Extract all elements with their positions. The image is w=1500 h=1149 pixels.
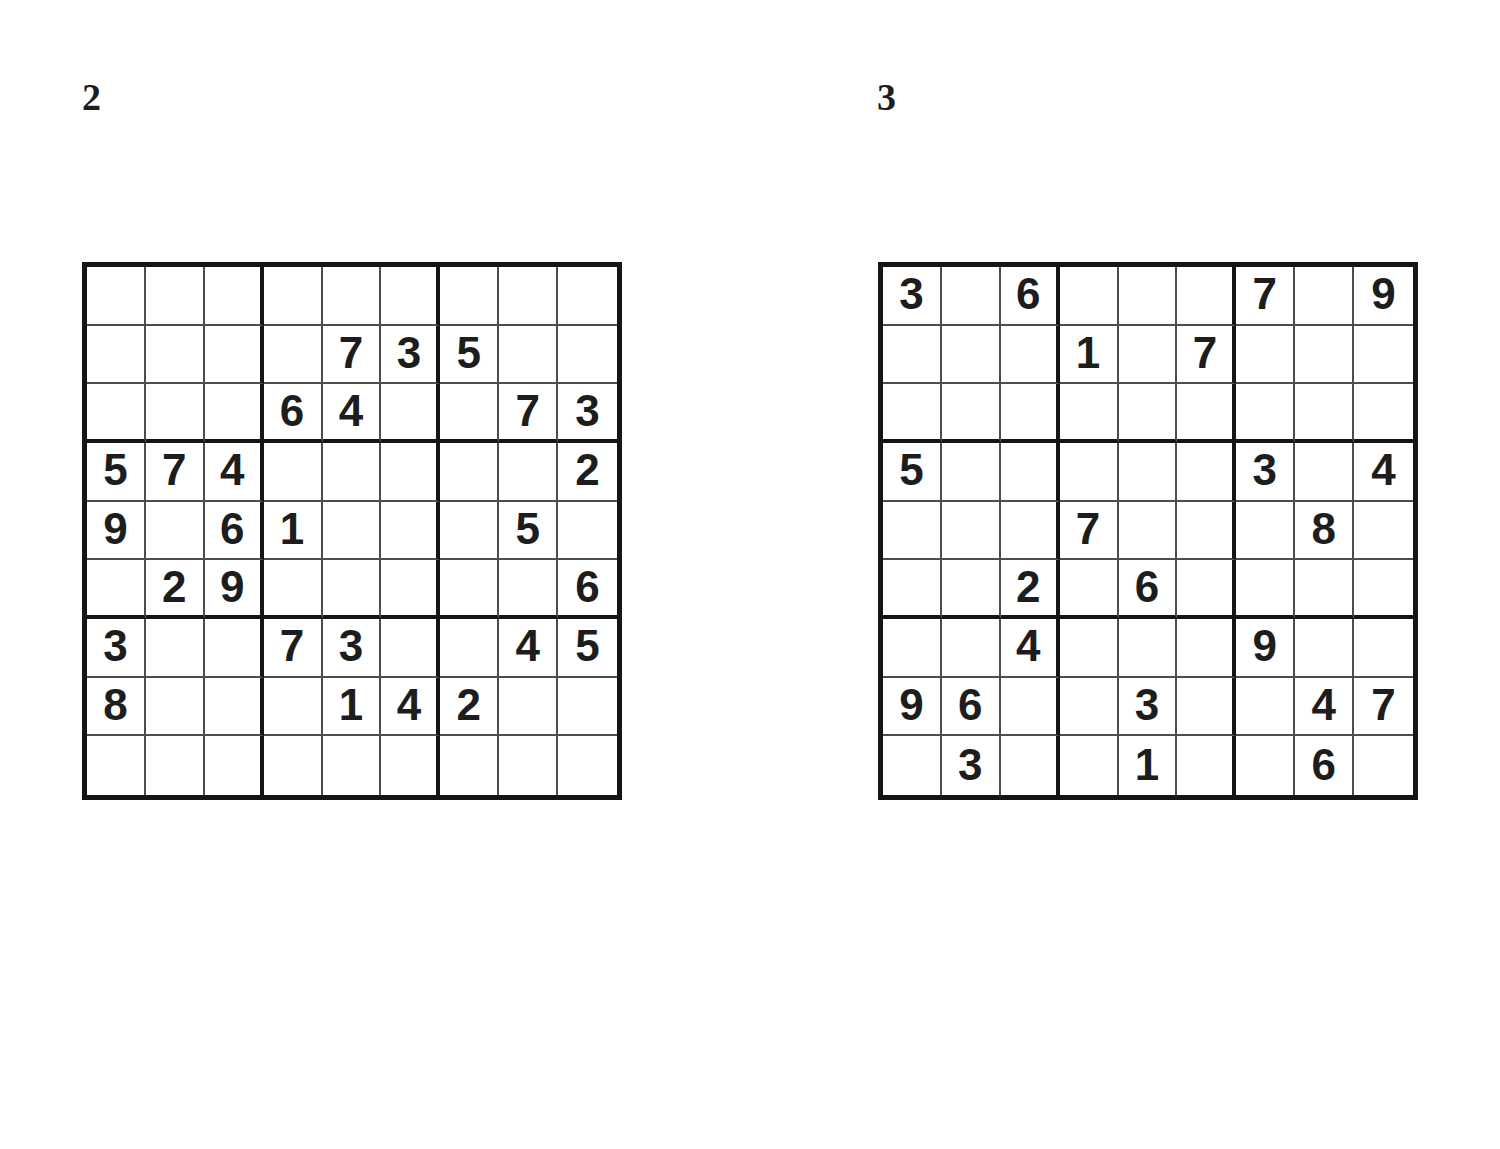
sudoku-cell-r3c2 (942, 384, 1001, 443)
sudoku-cell-r4c8 (499, 443, 558, 502)
sudoku-cell-r3c4 (1060, 384, 1119, 443)
sudoku-cell-r1c4 (1060, 267, 1119, 326)
sudoku-cell-r3c4: 6 (264, 384, 323, 443)
sudoku-cell-r7c2 (942, 619, 1001, 678)
sudoku-cell-r1c1: 3 (883, 267, 942, 326)
sudoku-board-2: 735647357429615296373458142 (82, 262, 622, 800)
sudoku-cell-r4c4 (264, 443, 323, 502)
sudoku-cell-r4c2: 7 (146, 443, 205, 502)
sudoku-cell-r5c3: 6 (205, 502, 264, 561)
sudoku-cell-r6c3: 9 (205, 560, 264, 619)
sudoku-cell-r2c1 (883, 326, 942, 385)
sudoku-cell-r2c1 (87, 326, 146, 385)
sudoku-cell-r7c2 (146, 619, 205, 678)
sudoku-cell-r9c7 (1236, 736, 1295, 795)
sudoku-cell-r3c3 (205, 384, 264, 443)
sudoku-cell-r2c6: 3 (381, 326, 440, 385)
sudoku-cell-r9c2: 3 (942, 736, 1001, 795)
sudoku-cell-r7c9 (1354, 619, 1413, 678)
sudoku-cell-r9c9 (558, 736, 617, 795)
puzzle-2-number: 2 (82, 78, 101, 116)
sudoku-cell-r7c9: 5 (558, 619, 617, 678)
sudoku-cell-r4c5 (323, 443, 382, 502)
sudoku-cell-r6c4 (1060, 560, 1119, 619)
sudoku-cell-r9c5: 1 (1119, 736, 1178, 795)
sudoku-cell-r6c5 (323, 560, 382, 619)
sudoku-cell-r3c9: 3 (558, 384, 617, 443)
sudoku-cell-r9c2 (146, 736, 205, 795)
sudoku-cell-r5c9 (1354, 502, 1413, 561)
sudoku-cell-r3c9 (1354, 384, 1413, 443)
sudoku-cell-r5c2 (942, 502, 1001, 561)
sudoku-cell-r9c6 (1177, 736, 1236, 795)
sudoku-cell-r1c2 (146, 267, 205, 326)
sudoku-cell-r8c2 (146, 678, 205, 737)
sudoku-cell-r2c8 (1295, 326, 1354, 385)
sudoku-cell-r7c8: 4 (499, 619, 558, 678)
sudoku-cell-r9c7 (440, 736, 499, 795)
sudoku-cell-r8c6: 4 (381, 678, 440, 737)
sudoku-cell-r3c7 (1236, 384, 1295, 443)
sudoku-cell-r8c9 (558, 678, 617, 737)
sudoku-cell-r4c5 (1119, 443, 1178, 502)
sudoku-cell-r8c9: 7 (1354, 678, 1413, 737)
sudoku-cell-r8c1: 9 (883, 678, 942, 737)
sudoku-cell-r7c6 (381, 619, 440, 678)
sudoku-cell-r2c5: 7 (323, 326, 382, 385)
sudoku-cell-r4c7 (440, 443, 499, 502)
sudoku-cell-r5c3 (1001, 502, 1060, 561)
sudoku-board-3: 36791753478264996347316 (878, 262, 1418, 800)
sudoku-cell-r9c3 (205, 736, 264, 795)
sudoku-cell-r6c4 (264, 560, 323, 619)
sudoku-cell-r9c8 (499, 736, 558, 795)
sudoku-cell-r2c3 (1001, 326, 1060, 385)
sudoku-cell-r8c5: 1 (323, 678, 382, 737)
sudoku-cell-r6c2 (942, 560, 1001, 619)
sudoku-cell-r5c1: 9 (87, 502, 146, 561)
sudoku-cell-r1c1 (87, 267, 146, 326)
sudoku-cell-r5c7 (1236, 502, 1295, 561)
sudoku-cell-r7c4: 7 (264, 619, 323, 678)
sudoku-cell-r8c5: 3 (1119, 678, 1178, 737)
sudoku-cell-r1c5 (1119, 267, 1178, 326)
sudoku-cell-r8c8: 4 (1295, 678, 1354, 737)
sudoku-cell-r1c6 (381, 267, 440, 326)
sudoku-cell-r6c3: 2 (1001, 560, 1060, 619)
sudoku-cell-r2c3 (205, 326, 264, 385)
sudoku-cell-r7c7 (440, 619, 499, 678)
sudoku-cell-r6c9: 6 (558, 560, 617, 619)
sudoku-cell-r9c9 (1354, 736, 1413, 795)
sudoku-cell-r7c3 (205, 619, 264, 678)
sudoku-cell-r5c1 (883, 502, 942, 561)
sudoku-cell-r4c1: 5 (883, 443, 942, 502)
sudoku-cell-r5c2 (146, 502, 205, 561)
sudoku-cell-r2c6: 7 (1177, 326, 1236, 385)
sudoku-cell-r6c5: 6 (1119, 560, 1178, 619)
sudoku-cell-r5c7 (440, 502, 499, 561)
sudoku-cell-r7c1 (883, 619, 942, 678)
sudoku-cell-r5c4: 1 (264, 502, 323, 561)
sudoku-cell-r1c5 (323, 267, 382, 326)
sudoku-cell-r4c4 (1060, 443, 1119, 502)
sudoku-cell-r8c1: 8 (87, 678, 146, 737)
sudoku-cell-r4c3 (1001, 443, 1060, 502)
sudoku-cell-r8c3 (205, 678, 264, 737)
sudoku-cell-r7c1: 3 (87, 619, 146, 678)
sudoku-cell-r6c2: 2 (146, 560, 205, 619)
sudoku-cell-r7c5 (1119, 619, 1178, 678)
sudoku-cell-r7c5: 3 (323, 619, 382, 678)
sudoku-cell-r8c3 (1001, 678, 1060, 737)
sudoku-cell-r6c6 (381, 560, 440, 619)
puzzle-3-number: 3 (877, 78, 896, 116)
sudoku-cell-r5c5 (323, 502, 382, 561)
sudoku-cell-r2c2 (146, 326, 205, 385)
sudoku-cell-r8c6 (1177, 678, 1236, 737)
sudoku-cell-r3c1 (87, 384, 146, 443)
sudoku-cell-r5c9 (558, 502, 617, 561)
sudoku-cell-r1c3: 6 (1001, 267, 1060, 326)
sudoku-cell-r3c3 (1001, 384, 1060, 443)
sudoku-cell-r4c9: 4 (1354, 443, 1413, 502)
sudoku-cell-r8c8 (499, 678, 558, 737)
sudoku-cell-r7c4 (1060, 619, 1119, 678)
sudoku-cell-r6c8 (1295, 560, 1354, 619)
sudoku-cell-r6c1 (87, 560, 146, 619)
sudoku-cell-r1c8 (499, 267, 558, 326)
sudoku-cell-r5c6 (381, 502, 440, 561)
sudoku-cell-r4c6 (1177, 443, 1236, 502)
sudoku-cell-r1c9: 9 (1354, 267, 1413, 326)
sudoku-cell-r1c7: 7 (1236, 267, 1295, 326)
sudoku-cell-r8c7 (1236, 678, 1295, 737)
sudoku-cell-r9c6 (381, 736, 440, 795)
sudoku-cell-r1c8 (1295, 267, 1354, 326)
sudoku-cell-r8c7: 2 (440, 678, 499, 737)
sudoku-cell-r5c8: 5 (499, 502, 558, 561)
sudoku-cell-r3c6 (381, 384, 440, 443)
sudoku-cell-r2c9 (558, 326, 617, 385)
sudoku-cell-r9c1 (883, 736, 942, 795)
sudoku-cell-r1c3 (205, 267, 264, 326)
sudoku-cell-r2c5 (1119, 326, 1178, 385)
sudoku-cell-r6c7 (440, 560, 499, 619)
sudoku-cell-r4c3: 4 (205, 443, 264, 502)
sudoku-cell-r9c8: 6 (1295, 736, 1354, 795)
sudoku-cell-r2c7 (1236, 326, 1295, 385)
sudoku-cell-r5c5 (1119, 502, 1178, 561)
sudoku-cell-r4c7: 3 (1236, 443, 1295, 502)
sudoku-cell-r3c5: 4 (323, 384, 382, 443)
sudoku-cell-r2c9 (1354, 326, 1413, 385)
sudoku-cell-r2c4 (264, 326, 323, 385)
sudoku-cell-r6c7 (1236, 560, 1295, 619)
sudoku-cell-r7c6 (1177, 619, 1236, 678)
sudoku-cell-r8c4 (264, 678, 323, 737)
sudoku-cell-r4c8 (1295, 443, 1354, 502)
sudoku-cell-r1c2 (942, 267, 1001, 326)
sudoku-cell-r1c9 (558, 267, 617, 326)
sudoku-cell-r3c1 (883, 384, 942, 443)
sudoku-cell-r5c4: 7 (1060, 502, 1119, 561)
sudoku-cell-r9c1 (87, 736, 146, 795)
sudoku-cell-r6c8 (499, 560, 558, 619)
sudoku-cell-r4c9: 2 (558, 443, 617, 502)
sudoku-cell-r6c6 (1177, 560, 1236, 619)
sudoku-cell-r7c8 (1295, 619, 1354, 678)
sudoku-cell-r2c2 (942, 326, 1001, 385)
sudoku-cell-r9c5 (323, 736, 382, 795)
sudoku-cell-r3c8 (1295, 384, 1354, 443)
sudoku-cell-r5c6 (1177, 502, 1236, 561)
sudoku-cell-r2c8 (499, 326, 558, 385)
sudoku-cell-r8c2: 6 (942, 678, 1001, 737)
sudoku-cell-r1c6 (1177, 267, 1236, 326)
sudoku-cell-r3c7 (440, 384, 499, 443)
sudoku-cell-r3c2 (146, 384, 205, 443)
sudoku-cell-r1c4 (264, 267, 323, 326)
sudoku-cell-r3c6 (1177, 384, 1236, 443)
sudoku-cell-r1c7 (440, 267, 499, 326)
sudoku-cell-r6c9 (1354, 560, 1413, 619)
sudoku-cell-r4c1: 5 (87, 443, 146, 502)
sudoku-cell-r7c3: 4 (1001, 619, 1060, 678)
sudoku-cell-r9c4 (264, 736, 323, 795)
sudoku-cell-r7c7: 9 (1236, 619, 1295, 678)
sudoku-cell-r6c1 (883, 560, 942, 619)
sudoku-cell-r8c4 (1060, 678, 1119, 737)
sudoku-cell-r2c4: 1 (1060, 326, 1119, 385)
sudoku-cell-r4c2 (942, 443, 1001, 502)
sudoku-cell-r3c8: 7 (499, 384, 558, 443)
sudoku-cell-r3c5 (1119, 384, 1178, 443)
sudoku-cell-r2c7: 5 (440, 326, 499, 385)
sudoku-cell-r9c4 (1060, 736, 1119, 795)
sudoku-cell-r9c3 (1001, 736, 1060, 795)
sudoku-cell-r5c8: 8 (1295, 502, 1354, 561)
sudoku-cell-r4c6 (381, 443, 440, 502)
